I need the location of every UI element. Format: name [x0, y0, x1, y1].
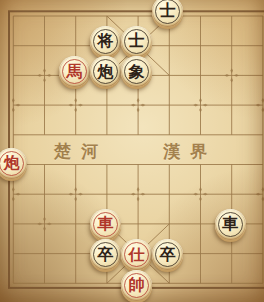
pieces-layer: 士将士馬炮象炮車車卒仕卒帥: [0, 0, 264, 302]
piece-black-soldier-glyph: 卒: [160, 247, 176, 263]
piece-red-chariot[interactable]: 車: [90, 209, 121, 240]
piece-black-advisor[interactable]: 士: [121, 26, 152, 57]
piece-red-general-glyph: 帥: [129, 277, 145, 293]
piece-black-soldier[interactable]: 卒: [152, 239, 183, 270]
piece-black-chariot-glyph: 車: [222, 216, 238, 232]
piece-black-cannon-glyph: 炮: [97, 64, 113, 80]
piece-black-cannon[interactable]: 炮: [90, 56, 121, 87]
piece-red-advisor[interactable]: 仕: [121, 239, 152, 270]
piece-black-soldier-glyph: 卒: [97, 247, 113, 263]
piece-black-general-glyph: 将: [97, 33, 113, 49]
piece-red-advisor-glyph: 仕: [129, 247, 145, 263]
piece-black-elephant[interactable]: 象: [121, 56, 152, 87]
piece-red-general[interactable]: 帥: [121, 270, 152, 301]
piece-red-chariot-glyph: 車: [97, 216, 113, 232]
piece-black-elephant-glyph: 象: [129, 64, 145, 80]
piece-black-advisor[interactable]: 士: [152, 0, 183, 27]
piece-black-chariot[interactable]: 車: [215, 209, 246, 240]
piece-black-advisor-glyph: 士: [160, 3, 176, 19]
piece-red-cannon[interactable]: 炮: [0, 148, 27, 179]
piece-black-advisor-glyph: 士: [129, 33, 145, 49]
piece-black-general[interactable]: 将: [90, 26, 121, 57]
xiangqi-board[interactable]: 楚河 漢界 士将士馬炮象炮車車卒仕卒帥: [0, 0, 264, 302]
piece-red-cannon-glyph: 炮: [4, 155, 20, 171]
piece-red-horse[interactable]: 馬: [59, 56, 90, 87]
piece-black-soldier[interactable]: 卒: [90, 239, 121, 270]
piece-red-horse-glyph: 馬: [66, 64, 82, 80]
